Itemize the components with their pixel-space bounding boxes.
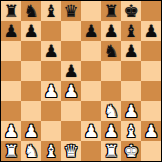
black-pawn-icon: ♟ [143,21,158,41]
square-d1[interactable]: ♛ [61,141,81,161]
square-b8[interactable]: ♞ [21,1,41,21]
square-h1[interactable] [141,141,161,161]
square-e8[interactable] [81,1,101,21]
square-b2[interactable]: ♟ [21,121,41,141]
square-f1[interactable]: ♜ [101,141,121,161]
white-pawn-icon: ♟ [143,121,158,141]
square-c6[interactable]: ♟ [41,41,61,61]
square-f4[interactable] [101,81,121,101]
square-f2[interactable]: ♟ [101,121,121,141]
square-g6[interactable]: ♟ [121,41,141,61]
square-f8[interactable]: ♜ [101,1,121,21]
white-bishop-icon: ♝ [123,121,138,141]
square-a3[interactable] [1,101,21,121]
black-knight-icon: ♞ [103,41,118,61]
square-e2[interactable]: ♟ [81,121,101,141]
square-c4[interactable]: ♟ [41,81,61,101]
square-h6[interactable] [141,41,161,61]
square-d8[interactable]: ♛ [61,1,81,21]
square-e6[interactable] [81,41,101,61]
square-b6[interactable] [21,41,41,61]
square-g3[interactable]: ♟ [121,101,141,121]
black-knight-icon: ♞ [23,1,38,21]
square-a1[interactable]: ♜ [1,141,21,161]
white-pawn-icon: ♟ [103,121,118,141]
white-rook-icon: ♜ [3,141,18,161]
white-pawn-icon: ♟ [83,121,98,141]
square-e1[interactable] [81,141,101,161]
square-b4[interactable] [21,81,41,101]
white-rook-icon: ♜ [103,141,118,161]
chess-board-frame: ♜♞♝♛♜♚♟♟♟♟♝♟♟♞♟♟♟♟♞♟♟♟♟♟♝♟♜♞♝♛♜♚ [0,0,162,162]
square-d7[interactable] [61,21,81,41]
square-h3[interactable] [141,101,161,121]
square-a2[interactable]: ♟ [1,121,21,141]
square-b7[interactable]: ♟ [21,21,41,41]
square-d3[interactable] [61,101,81,121]
black-bishop-icon: ♝ [123,21,138,41]
chess-board: ♜♞♝♛♜♚♟♟♟♟♝♟♟♞♟♟♟♟♞♟♟♟♟♟♝♟♜♞♝♛♜♚ [1,1,161,161]
black-pawn-icon: ♟ [123,41,138,61]
square-a6[interactable] [1,41,21,61]
white-pawn-icon: ♟ [3,121,18,141]
square-f6[interactable]: ♞ [101,41,121,61]
square-a8[interactable]: ♜ [1,1,21,21]
white-pawn-icon: ♟ [43,81,58,101]
square-b1[interactable]: ♞ [21,141,41,161]
square-e7[interactable]: ♟ [81,21,101,41]
white-pawn-icon: ♟ [63,81,78,101]
black-rook-icon: ♜ [3,1,18,21]
square-a7[interactable]: ♟ [1,21,21,41]
black-pawn-icon: ♟ [23,21,38,41]
white-bishop-icon: ♝ [43,141,58,161]
square-f7[interactable]: ♟ [101,21,121,41]
square-c5[interactable] [41,61,61,81]
square-c7[interactable] [41,21,61,41]
black-pawn-icon: ♟ [83,21,98,41]
square-f3[interactable]: ♞ [101,101,121,121]
square-h5[interactable] [141,61,161,81]
square-e4[interactable] [81,81,101,101]
square-a5[interactable] [1,61,21,81]
black-pawn-icon: ♟ [43,41,58,61]
square-f5[interactable] [101,61,121,81]
square-h2[interactable]: ♟ [141,121,161,141]
white-queen-icon: ♛ [63,141,78,161]
square-h4[interactable] [141,81,161,101]
white-pawn-icon: ♟ [23,121,38,141]
square-h7[interactable]: ♟ [141,21,161,41]
black-pawn-icon: ♟ [3,21,18,41]
square-h8[interactable] [141,1,161,21]
black-rook-icon: ♜ [103,1,118,21]
square-e5[interactable] [81,61,101,81]
square-d2[interactable] [61,121,81,141]
square-g4[interactable] [121,81,141,101]
square-b5[interactable] [21,61,41,81]
black-pawn-icon: ♟ [63,61,78,81]
square-a4[interactable] [1,81,21,101]
black-king-icon: ♚ [123,1,138,21]
white-pawn-icon: ♟ [123,101,138,121]
white-knight-icon: ♞ [103,101,118,121]
black-queen-icon: ♛ [63,1,78,21]
square-g2[interactable]: ♝ [121,121,141,141]
square-d5[interactable]: ♟ [61,61,81,81]
white-king-icon: ♚ [123,141,138,161]
white-knight-icon: ♞ [23,141,38,161]
square-g1[interactable]: ♚ [121,141,141,161]
black-pawn-icon: ♟ [103,21,118,41]
square-c8[interactable]: ♝ [41,1,61,21]
square-c1[interactable]: ♝ [41,141,61,161]
square-g5[interactable] [121,61,141,81]
square-c3[interactable] [41,101,61,121]
square-g7[interactable]: ♝ [121,21,141,41]
square-c2[interactable] [41,121,61,141]
square-e3[interactable] [81,101,101,121]
black-bishop-icon: ♝ [43,1,58,21]
square-d6[interactable] [61,41,81,61]
square-d4[interactable]: ♟ [61,81,81,101]
square-g8[interactable]: ♚ [121,1,141,21]
square-b3[interactable] [21,101,41,121]
